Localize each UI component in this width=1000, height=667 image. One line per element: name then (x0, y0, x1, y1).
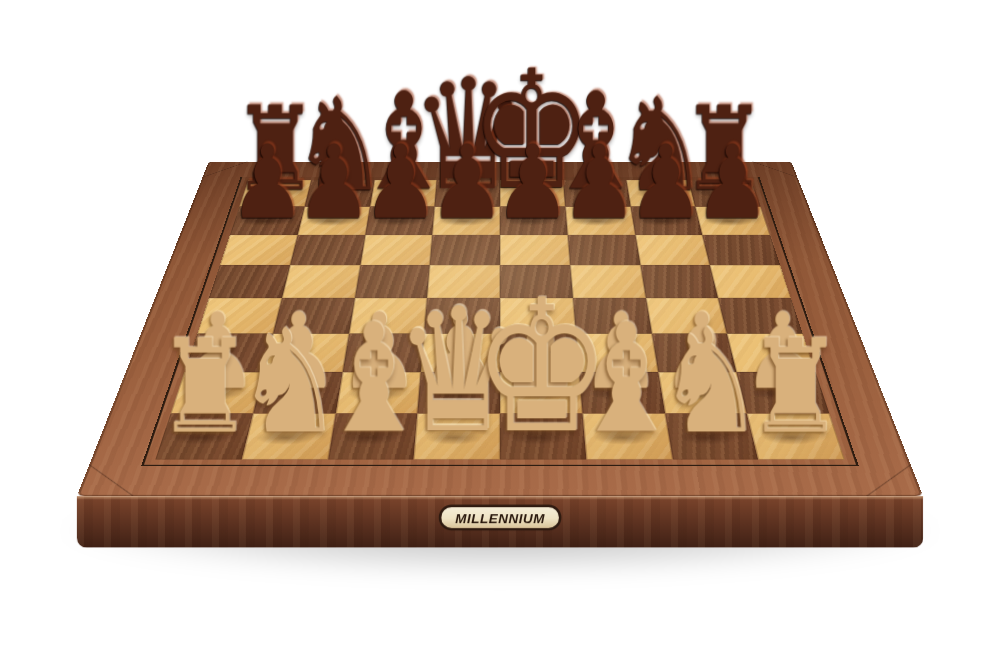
knight-glyph: ♞ (657, 310, 765, 454)
photo-stage: ♜♞♝♛♚♝♞♜♟♟♟♟♟♟♟♟♟♟♟♟♟♟♟♟♜♞♝♛♚♝♞♜ MILLENN… (0, 0, 1000, 667)
knight-glyph: ♞ (235, 310, 343, 454)
square-b6[interactable] (290, 235, 365, 265)
square-h7[interactable]: ♟ (695, 206, 770, 234)
frame-miter-bottom-left (77, 465, 144, 496)
square-b1[interactable]: ♞ (241, 414, 335, 460)
pawn-glyph: ♟ (694, 131, 771, 233)
brand-label: MILLENNIUM (455, 510, 545, 525)
piece-black-pawn-h7[interactable]: ♟ (686, 131, 778, 221)
square-g1[interactable]: ♞ (665, 414, 759, 460)
brand-nameplate: MILLENNIUM (439, 505, 562, 531)
square-e1[interactable]: ♚ (500, 414, 586, 460)
chessboard[interactable]: ♜♞♝♛♚♝♞♜♟♟♟♟♟♟♟♟♟♟♟♟♟♟♟♟♜♞♝♛♚♝♞♜ MILLENN… (77, 162, 923, 497)
king-glyph: ♚ (473, 275, 611, 458)
piece-white-king-e1[interactable]: ♚ (460, 275, 624, 436)
square-h6[interactable] (702, 235, 780, 265)
playing-area: ♜♞♝♛♚♝♞♜♟♟♟♟♟♟♟♟♟♟♟♟♟♟♟♟♜♞♝♛♚♝♞♜ (141, 177, 859, 466)
board-grid: ♜♞♝♛♚♝♞♜♟♟♟♟♟♟♟♟♟♟♟♟♟♟♟♟♜♞♝♛♚♝♞♜ (155, 180, 844, 459)
board-front-edge: MILLENNIUM (77, 496, 923, 548)
frame-miter-bottom-right (856, 465, 923, 496)
square-c6[interactable] (360, 235, 433, 265)
square-g6[interactable] (635, 235, 710, 265)
perspective-scene: ♜♞♝♛♚♝♞♜♟♟♟♟♟♟♟♟♟♟♟♟♟♟♟♟♜♞♝♛♚♝♞♜ MILLENN… (0, 0, 1000, 667)
square-a6[interactable] (220, 235, 298, 265)
piece-white-knight-b1[interactable]: ♞ (225, 310, 354, 436)
piece-white-knight-g1[interactable]: ♞ (646, 310, 775, 436)
